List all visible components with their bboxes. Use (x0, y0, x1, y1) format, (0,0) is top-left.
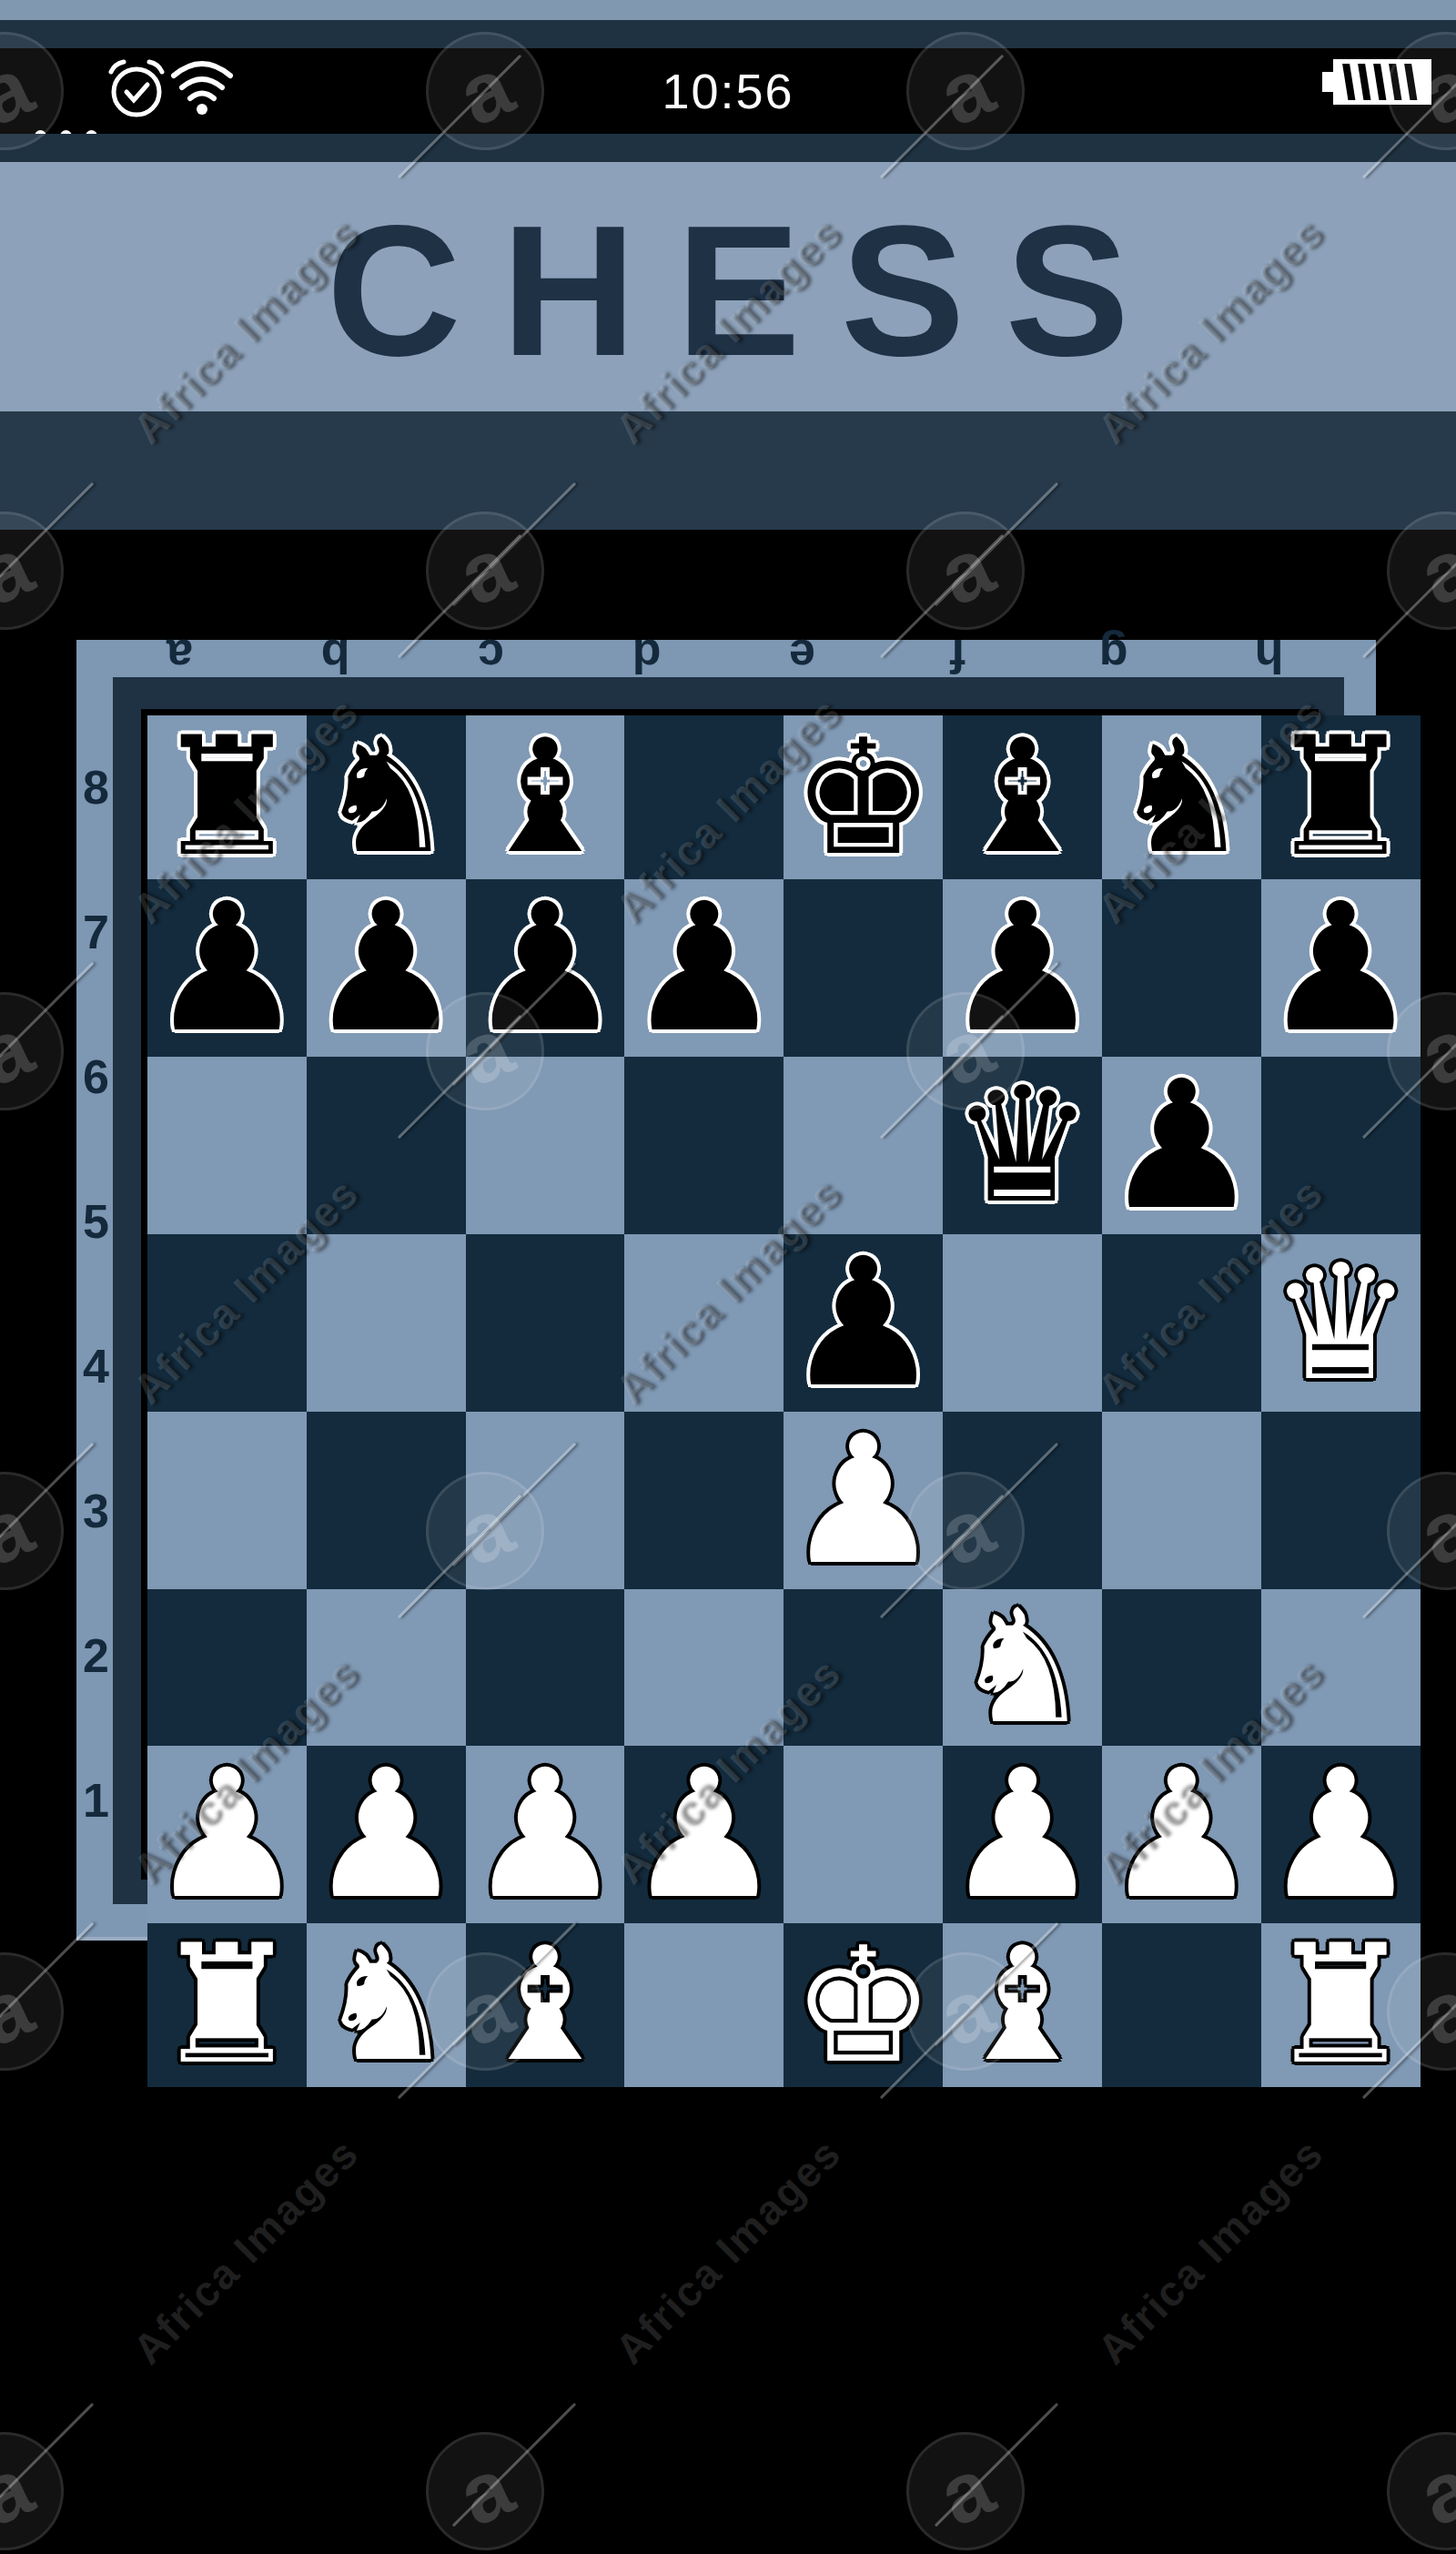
watermark-line (0, 1922, 94, 2046)
watermark-text: Africa Images (605, 2128, 851, 2374)
piece-white-rook: ♜ (1268, 1923, 1414, 2087)
piece-white-pawn: ♟ (624, 1746, 784, 1923)
square-g1[interactable] (1102, 1923, 1261, 2087)
rank-labels-left: 87654321 (76, 715, 116, 1872)
rank-label-7: 7 (76, 860, 116, 1005)
piece-black-pawn: ♟ (147, 879, 307, 1057)
board-inner-border: ♜♞♝♚♝♞♜♟♟♟♟♟♟♛♟♟♛♟♞♟♟♟♟♟♟♟♜♞♝♚♝♜ (113, 677, 1344, 1904)
rank-label-3: 3 (76, 1438, 116, 1583)
file-label-g: g (1036, 638, 1191, 678)
square-d6[interactable] (624, 1057, 784, 1234)
watermark-line (1362, 534, 1456, 658)
piece-black-rook: ♜ (154, 715, 300, 879)
square-h6[interactable] (1261, 1057, 1421, 1234)
square-c5[interactable] (466, 1234, 625, 1412)
file-label-e: e (724, 638, 880, 678)
square-c8[interactable]: ♝ (466, 715, 625, 879)
square-a3[interactable] (147, 1589, 307, 1746)
square-b8[interactable]: ♞ (307, 715, 466, 879)
watermark-logo: a (0, 1453, 83, 1610)
square-f2[interactable]: ♟ (943, 1746, 1102, 1923)
file-label-f: f (880, 638, 1036, 678)
watermark-logo: a (407, 2413, 564, 2554)
square-g8[interactable]: ♞ (1102, 715, 1261, 879)
rank-label-5: 5 (76, 1150, 116, 1294)
banner-bottom-band (0, 411, 1456, 530)
square-b3[interactable] (307, 1589, 466, 1746)
watermark-line (452, 2403, 576, 2527)
piece-black-king: ♚ (792, 718, 935, 877)
square-f4[interactable] (943, 1412, 1102, 1589)
square-g4[interactable] (1102, 1412, 1261, 1589)
watermark-logo: a (0, 2413, 83, 2554)
rank-label-6: 6 (76, 1005, 116, 1150)
piece-white-pawn: ♟ (784, 1412, 943, 1589)
square-e4[interactable]: ♟ (784, 1412, 943, 1589)
piece-white-knight: ♞ (316, 1927, 456, 2083)
watermark-text: Africa Images (1087, 2128, 1333, 2374)
square-d1[interactable] (624, 1923, 784, 2087)
piece-black-rook: ♜ (1268, 715, 1414, 879)
file-label-h: h (1191, 638, 1347, 678)
piece-white-rook: ♜ (154, 1923, 300, 2087)
square-c4[interactable] (466, 1412, 625, 1589)
piece-black-knight: ♞ (1111, 719, 1251, 876)
top-edge-strip (0, 0, 1456, 20)
square-h4[interactable] (1261, 1412, 1421, 1589)
square-c2[interactable]: ♟ (466, 1746, 625, 1923)
square-e7[interactable] (784, 879, 943, 1057)
rank-label-4: 4 (76, 1294, 116, 1439)
piece-black-pawn: ♟ (1261, 879, 1421, 1057)
square-c1[interactable]: ♝ (466, 1923, 625, 2087)
square-c6[interactable] (466, 1057, 625, 1234)
square-e8[interactable]: ♚ (784, 715, 943, 879)
piece-white-bishop: ♝ (475, 1927, 615, 2083)
piece-white-pawn: ♟ (1102, 1746, 1261, 1923)
square-h5[interactable]: ♛ (1261, 1234, 1421, 1412)
watermark-logo: a (1368, 2413, 1456, 2554)
piece-black-pawn: ♟ (307, 879, 466, 1057)
piece-black-knight: ♞ (316, 719, 456, 876)
slate-strip-upper (0, 20, 1456, 48)
square-e5[interactable]: ♟ (784, 1234, 943, 1412)
watermark-logo: a (0, 1933, 83, 2091)
chess-board: abcdefgh abcdefgh 87654321 12345678 ♜♞♝♚… (76, 640, 1376, 1941)
square-b7[interactable]: ♟ (307, 879, 466, 1057)
square-c7[interactable]: ♟ (466, 879, 625, 1057)
square-f8[interactable]: ♝ (943, 715, 1102, 879)
square-a5[interactable] (147, 1234, 307, 1412)
file-label-a: a (102, 638, 258, 678)
square-g6[interactable]: ♟ (1102, 1057, 1261, 1234)
watermark-line (935, 2403, 1058, 2527)
piece-black-bishop: ♝ (952, 719, 1092, 876)
page-title: CHESS (0, 162, 1456, 411)
status-time: 10:56 (0, 48, 1456, 134)
square-e6[interactable] (784, 1057, 943, 1234)
piece-white-king: ♚ (792, 1926, 935, 2085)
rank-label-8: 8 (76, 715, 116, 860)
file-label-b: b (258, 638, 413, 678)
square-d5[interactable] (624, 1234, 784, 1412)
square-a1[interactable]: ♜ (147, 1923, 307, 2087)
title-banner: CHESS (0, 162, 1456, 411)
watermark-logo: a (887, 2413, 1045, 2554)
square-d3[interactable] (624, 1589, 784, 1746)
square-h3[interactable] (1261, 1589, 1421, 1746)
square-d2[interactable]: ♟ (624, 1746, 784, 1923)
square-b4[interactable] (307, 1412, 466, 1589)
piece-black-pawn: ♟ (784, 1234, 943, 1412)
square-b2[interactable]: ♟ (307, 1746, 466, 1923)
watermark-logo: a (0, 973, 83, 1130)
board-black-border: ♜♞♝♚♝♞♜♟♟♟♟♟♟♛♟♟♛♟♞♟♟♟♟♟♟♟♜♞♝♚♝♜ (141, 709, 1319, 1880)
piece-white-queen: ♛ (1269, 1243, 1412, 1403)
square-e1[interactable]: ♚ (784, 1923, 943, 2087)
square-h7[interactable]: ♟ (1261, 879, 1421, 1057)
rank-label-1: 1 (76, 1728, 116, 1872)
rank-label-2: 2 (76, 1583, 116, 1728)
square-a4[interactable] (147, 1412, 307, 1589)
square-g5[interactable] (1102, 1234, 1261, 1412)
square-f6[interactable]: ♛ (943, 1057, 1102, 1234)
square-b6[interactable] (307, 1057, 466, 1234)
piece-white-pawn: ♟ (466, 1746, 625, 1923)
slate-strip-lower (0, 134, 1456, 162)
square-d7[interactable]: ♟ (624, 879, 784, 1057)
square-c3[interactable] (466, 1589, 625, 1746)
square-a6[interactable] (147, 1057, 307, 1234)
piece-black-pawn: ♟ (1102, 1057, 1261, 1234)
square-f5[interactable] (943, 1234, 1102, 1412)
square-f1[interactable]: ♝ (943, 1923, 1102, 2087)
piece-black-bishop: ♝ (475, 719, 615, 876)
square-e3[interactable] (784, 1589, 943, 1746)
square-d4[interactable] (624, 1412, 784, 1589)
square-b1[interactable]: ♞ (307, 1923, 466, 2087)
square-d8[interactable] (624, 715, 784, 879)
square-g2[interactable]: ♟ (1102, 1746, 1261, 1923)
piece-white-knight: ♞ (952, 1589, 1092, 1746)
watermark-line (0, 2403, 94, 2527)
square-a7[interactable]: ♟ (147, 879, 307, 1057)
file-labels-top: abcdefgh (102, 638, 1347, 678)
file-label-d: d (569, 638, 724, 678)
piece-white-pawn: ♟ (943, 1746, 1102, 1923)
status-bar: 10:56 (0, 48, 1456, 134)
square-a8[interactable]: ♜ (147, 715, 307, 879)
piece-white-pawn: ♟ (147, 1746, 307, 1923)
square-h1[interactable]: ♜ (1261, 1923, 1421, 2087)
piece-black-pawn: ♟ (624, 879, 784, 1057)
square-e2[interactable] (784, 1746, 943, 1923)
square-g7[interactable] (1102, 879, 1261, 1057)
square-h2[interactable]: ♟ (1261, 1746, 1421, 1923)
board-squares: ♜♞♝♚♝♞♜♟♟♟♟♟♟♛♟♟♛♟♞♟♟♟♟♟♟♟♜♞♝♚♝♜ (147, 715, 1312, 1872)
watermark-text: Africa Images (123, 2128, 369, 2374)
piece-black-queen: ♛ (951, 1066, 1094, 1225)
file-label-c: c (413, 638, 569, 678)
piece-white-pawn: ♟ (1261, 1746, 1421, 1923)
piece-black-pawn: ♟ (466, 879, 625, 1057)
square-h8[interactable]: ♜ (1261, 715, 1421, 879)
battery-icon (1321, 57, 1434, 106)
square-f3[interactable]: ♞ (943, 1589, 1102, 1746)
piece-black-pawn: ♟ (943, 879, 1102, 1057)
piece-white-bishop: ♝ (952, 1927, 1092, 2083)
piece-white-pawn: ♟ (307, 1746, 466, 1923)
square-g3[interactable] (1102, 1589, 1261, 1746)
square-b5[interactable] (307, 1234, 466, 1412)
square-f7[interactable]: ♟ (943, 879, 1102, 1057)
square-a2[interactable]: ♟ (147, 1746, 307, 1923)
